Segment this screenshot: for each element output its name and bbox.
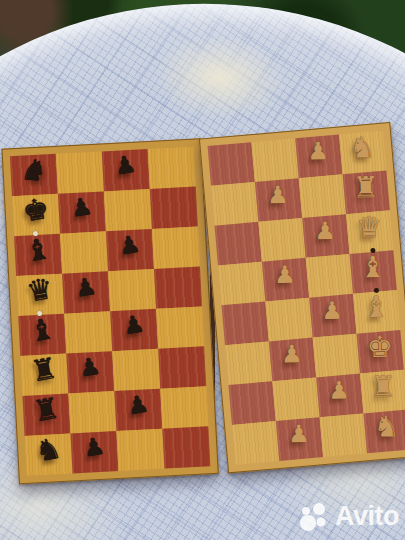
square-r8c2: ♟	[70, 431, 118, 473]
square-r7c5	[228, 381, 275, 425]
black-pawn: ♟	[80, 427, 108, 468]
white-pawn: ♟	[288, 415, 310, 453]
square-r4c4	[154, 266, 202, 308]
square-r6c5	[225, 341, 272, 385]
square-r5c7: ♟	[309, 294, 356, 338]
black-queen: ♛	[24, 269, 56, 311]
white-queen: ♛	[356, 208, 383, 246]
black-king: ♚	[20, 189, 52, 231]
square-r5c4	[156, 306, 204, 348]
square-r3c3: ♟	[106, 229, 154, 271]
square-r7c7: ♟	[316, 374, 363, 418]
black-pawn: ♟	[116, 225, 144, 266]
white-rook: ♜	[352, 168, 379, 206]
white-pawn: ♟	[307, 132, 329, 170]
black-pawn: ♟	[68, 187, 96, 228]
black-bishop: ♝	[26, 309, 58, 351]
black-pawn: ♟	[76, 347, 104, 388]
square-r2c6: ♟	[255, 178, 302, 222]
square-r8c7	[320, 413, 367, 457]
square-r2c2: ♟	[58, 191, 106, 233]
black-knight: ♞	[19, 150, 48, 190]
white-bishop: ♝	[359, 248, 386, 286]
white-knight: ♞	[349, 128, 376, 166]
square-r1c3: ♟	[102, 149, 150, 191]
square-r7c4	[160, 386, 208, 428]
square-r8c6: ♟	[276, 417, 323, 461]
square-r8c4	[162, 426, 210, 468]
square-r1c5	[208, 142, 255, 186]
white-king: ♚	[366, 328, 393, 366]
white-pawn: ♟	[281, 335, 303, 373]
square-r4c5	[218, 262, 265, 306]
board-half-left: ♞♟♚♟♝♟♛♟♝♟♜♟♜♟♞♟	[1, 138, 218, 484]
square-r8c8: ♞	[363, 410, 405, 454]
square-r8c5	[232, 421, 279, 465]
square-r1c4	[148, 147, 196, 189]
white-pawn: ♟	[321, 292, 343, 330]
square-r2c4	[150, 187, 198, 229]
square-r7c3: ♟	[114, 389, 162, 431]
black-pawn: ♟	[112, 145, 140, 186]
square-r3c4	[152, 227, 200, 269]
square-r4c6: ♟	[262, 258, 309, 302]
black-knight: ♞	[32, 429, 64, 471]
board-grid-left: ♞♟♚♟♝♟♛♟♝♟♜♟♜♟♞♟	[10, 147, 210, 476]
black-pawn: ♟	[72, 267, 100, 308]
black-rook: ♜	[28, 349, 60, 391]
board-grid-right: ♟♞♟♜♟♛♟♝♟♝♟♚♟♜♟♞	[208, 131, 405, 465]
white-pawn: ♟	[267, 176, 289, 214]
square-r5c5	[222, 302, 269, 346]
white-pawn: ♟	[328, 371, 350, 409]
square-r8c3	[116, 429, 164, 471]
square-r1c7: ♟	[295, 134, 342, 178]
black-bishop: ♝	[22, 229, 54, 271]
black-pawn: ♟	[124, 384, 152, 425]
chess-board: ♞♟♚♟♝♟♛♟♝♟♜♟♜♟♞♟ ♟♞♟♜♟♛♟♝♟♝♟♚♟♜♟♞	[10, 138, 405, 474]
square-r6c6: ♟	[269, 338, 316, 382]
white-pawn: ♟	[314, 212, 336, 250]
square-r5c3: ♟	[110, 309, 158, 351]
square-r2c5	[211, 182, 258, 226]
square-r6c2: ♟	[66, 351, 114, 393]
square-r3c5	[215, 222, 262, 266]
square-r8c1: ♞	[25, 433, 73, 475]
square-r3c7: ♟	[302, 214, 349, 258]
white-bishop: ♝	[363, 288, 390, 326]
square-r4c2: ♟	[62, 271, 110, 313]
photo-scene: ♞♟♚♟♝♟♛♟♝♟♜♟♜♟♞♟ ♟♞♟♜♟♛♟♝♟♝♟♚♟♜♟♞ Avito	[0, 0, 405, 540]
white-knight: ♞	[373, 407, 400, 445]
black-rook: ♜	[30, 389, 62, 431]
white-pawn: ♟	[274, 256, 296, 294]
board-half-right: ♟♞♟♜♟♛♟♝♟♝♟♚♟♜♟♞	[199, 122, 405, 473]
black-pawn: ♟	[120, 304, 148, 345]
square-r6c4	[158, 346, 206, 388]
white-rook: ♜	[370, 367, 397, 405]
